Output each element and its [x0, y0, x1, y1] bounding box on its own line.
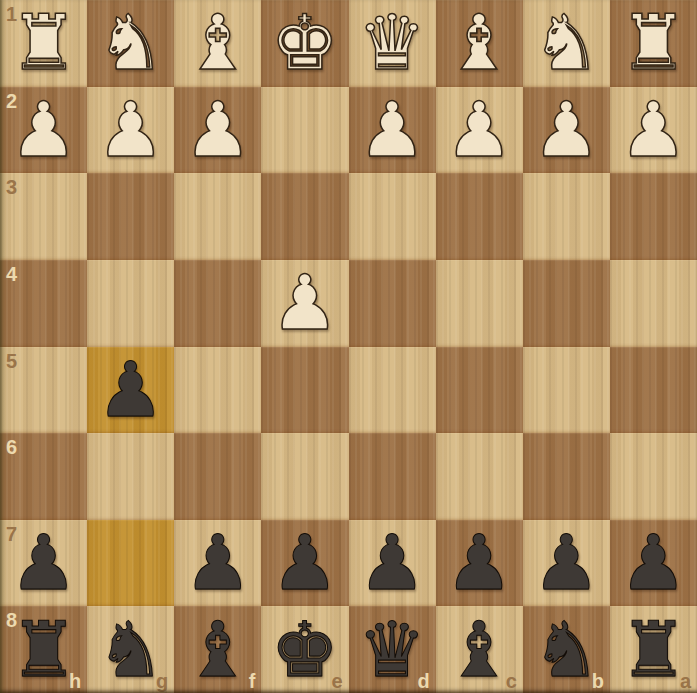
piece-black-knight[interactable]: ♞ — [97, 612, 165, 688]
square-a1[interactable]: ♜ — [610, 0, 697, 87]
square-a6[interactable] — [610, 433, 697, 520]
piece-white-rook[interactable]: ♜ — [9, 5, 77, 81]
square-c4[interactable] — [436, 260, 523, 347]
square-f5[interactable] — [174, 347, 261, 434]
square-e5[interactable] — [261, 347, 348, 434]
square-d1[interactable]: ♛ — [349, 0, 436, 87]
square-e2[interactable] — [261, 87, 348, 174]
square-b1[interactable]: ♞ — [523, 0, 610, 87]
square-b5[interactable] — [523, 347, 610, 434]
square-g7[interactable] — [87, 520, 174, 607]
piece-black-pawn[interactable]: ♟ — [271, 525, 339, 601]
square-g3[interactable] — [87, 173, 174, 260]
square-h5[interactable]: 5 — [0, 347, 87, 434]
square-g8[interactable]: g♞ — [87, 606, 174, 693]
piece-black-pawn[interactable]: ♟ — [445, 525, 513, 601]
square-d3[interactable] — [349, 173, 436, 260]
square-b7[interactable]: ♟ — [523, 520, 610, 607]
square-e6[interactable] — [261, 433, 348, 520]
square-h1[interactable]: 1♜ — [0, 0, 87, 87]
piece-white-pawn[interactable]: ♟ — [97, 92, 165, 168]
square-f1[interactable]: ♝ — [174, 0, 261, 87]
square-c3[interactable] — [436, 173, 523, 260]
square-c6[interactable] — [436, 433, 523, 520]
square-g1[interactable]: ♞ — [87, 0, 174, 87]
piece-white-bishop[interactable]: ♝ — [184, 5, 252, 81]
square-c1[interactable]: ♝ — [436, 0, 523, 87]
square-d8[interactable]: d♛ — [349, 606, 436, 693]
square-f7[interactable]: ♟ — [174, 520, 261, 607]
piece-black-queen[interactable]: ♛ — [358, 612, 426, 688]
square-a3[interactable] — [610, 173, 697, 260]
piece-white-pawn[interactable]: ♟ — [445, 92, 513, 168]
square-f8[interactable]: f♝ — [174, 606, 261, 693]
square-f4[interactable] — [174, 260, 261, 347]
piece-black-pawn[interactable]: ♟ — [358, 525, 426, 601]
piece-black-pawn[interactable]: ♟ — [9, 525, 77, 601]
square-c5[interactable] — [436, 347, 523, 434]
piece-white-pawn[interactable]: ♟ — [619, 92, 687, 168]
piece-black-pawn[interactable]: ♟ — [619, 525, 687, 601]
square-a5[interactable] — [610, 347, 697, 434]
piece-white-pawn[interactable]: ♟ — [271, 265, 339, 341]
square-b6[interactable] — [523, 433, 610, 520]
piece-white-pawn[interactable]: ♟ — [9, 92, 77, 168]
square-e4[interactable]: ♟ — [261, 260, 348, 347]
piece-white-king[interactable]: ♚ — [271, 5, 339, 81]
square-d6[interactable] — [349, 433, 436, 520]
piece-white-queen[interactable]: ♛ — [358, 5, 426, 81]
piece-white-pawn[interactable]: ♟ — [532, 92, 600, 168]
square-e1[interactable]: ♚ — [261, 0, 348, 87]
square-h6[interactable]: 6 — [0, 433, 87, 520]
square-c8[interactable]: c♝ — [436, 606, 523, 693]
square-e7[interactable]: ♟ — [261, 520, 348, 607]
piece-white-pawn[interactable]: ♟ — [184, 92, 252, 168]
square-d7[interactable]: ♟ — [349, 520, 436, 607]
piece-black-bishop[interactable]: ♝ — [184, 612, 252, 688]
square-f6[interactable] — [174, 433, 261, 520]
square-c7[interactable]: ♟ — [436, 520, 523, 607]
rank-label-3: 3 — [6, 177, 17, 197]
square-b2[interactable]: ♟ — [523, 87, 610, 174]
square-g2[interactable]: ♟ — [87, 87, 174, 174]
chess-board: 1♜♞♝♚♛♝♞♜2♟♟♟♟♟♟♟34♟5♟67♟♟♟♟♟♟♟8h♜g♞f♝e♚… — [0, 0, 697, 693]
rank-label-6: 6 — [6, 437, 17, 457]
rank-label-5: 5 — [6, 351, 17, 371]
square-h4[interactable]: 4 — [0, 260, 87, 347]
square-g6[interactable] — [87, 433, 174, 520]
piece-black-pawn[interactable]: ♟ — [532, 525, 600, 601]
square-a7[interactable]: ♟ — [610, 520, 697, 607]
square-f3[interactable] — [174, 173, 261, 260]
square-d5[interactable] — [349, 347, 436, 434]
square-d2[interactable]: ♟ — [349, 87, 436, 174]
piece-black-pawn[interactable]: ♟ — [184, 525, 252, 601]
piece-black-king[interactable]: ♚ — [271, 612, 339, 688]
piece-white-bishop[interactable]: ♝ — [445, 5, 513, 81]
square-h7[interactable]: 7♟ — [0, 520, 87, 607]
piece-black-bishop[interactable]: ♝ — [445, 612, 513, 688]
piece-white-rook[interactable]: ♜ — [619, 5, 687, 81]
rank-label-4: 4 — [6, 264, 17, 284]
square-f2[interactable]: ♟ — [174, 87, 261, 174]
square-b8[interactable]: b♞ — [523, 606, 610, 693]
square-e3[interactable] — [261, 173, 348, 260]
piece-white-pawn[interactable]: ♟ — [358, 92, 426, 168]
piece-black-rook[interactable]: ♜ — [619, 612, 687, 688]
chess-board-wrapper: 1♜♞♝♚♛♝♞♜2♟♟♟♟♟♟♟34♟5♟67♟♟♟♟♟♟♟8h♜g♞f♝e♚… — [0, 0, 697, 693]
square-a8[interactable]: a♜ — [610, 606, 697, 693]
square-b4[interactable] — [523, 260, 610, 347]
square-g4[interactable] — [87, 260, 174, 347]
piece-black-rook[interactable]: ♜ — [9, 612, 77, 688]
square-b3[interactable] — [523, 173, 610, 260]
piece-white-knight[interactable]: ♞ — [532, 5, 600, 81]
square-h8[interactable]: 8h♜ — [0, 606, 87, 693]
square-h2[interactable]: 2♟ — [0, 87, 87, 174]
piece-black-knight[interactable]: ♞ — [532, 612, 600, 688]
square-a2[interactable]: ♟ — [610, 87, 697, 174]
square-e8[interactable]: e♚ — [261, 606, 348, 693]
square-d4[interactable] — [349, 260, 436, 347]
square-c2[interactable]: ♟ — [436, 87, 523, 174]
square-g5[interactable]: ♟ — [87, 347, 174, 434]
piece-black-pawn[interactable]: ♟ — [97, 352, 165, 428]
square-a4[interactable] — [610, 260, 697, 347]
piece-white-knight[interactable]: ♞ — [97, 5, 165, 81]
square-h3[interactable]: 3 — [0, 173, 87, 260]
